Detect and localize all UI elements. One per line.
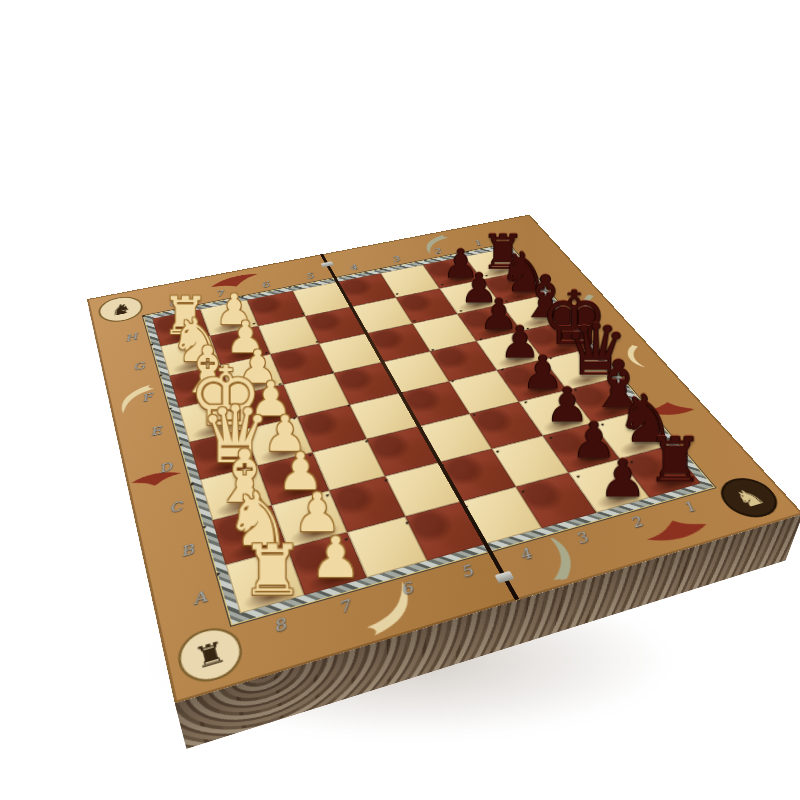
light-pawn: ♟ <box>303 532 368 586</box>
rook-icon: ♜ <box>191 634 231 675</box>
corner-emblem-rook-sw: ♜ <box>173 621 248 689</box>
product-photo: ♞ ♜ ♞ 87654321 87654321 HGFEDCBA ♜♟♟♜♞♟♟… <box>0 0 800 800</box>
file-label: D <box>147 446 183 490</box>
knight-icon: ♞ <box>108 299 134 318</box>
dark-pawn: ♟ <box>593 455 653 504</box>
squares-grid: ♜♟♟♜♞♟♟♞♝♟♟♝♚♟♟♚♛♟♟♛♝♟♟♝♞♟♟♞♜♟♟♜ <box>152 248 701 613</box>
dark-rook: ♜ <box>645 430 704 489</box>
file-label: E <box>139 411 173 452</box>
light-rook: ♜ <box>239 537 305 604</box>
file-label: C <box>157 484 195 532</box>
file-label: A <box>179 569 222 627</box>
knight-icon: ♞ <box>727 482 771 512</box>
chess-board: ♞ ♜ ♞ 87654321 87654321 HGFEDCBA ♜♟♟♜♞♟♟… <box>87 215 800 704</box>
file-label: B <box>167 525 207 578</box>
